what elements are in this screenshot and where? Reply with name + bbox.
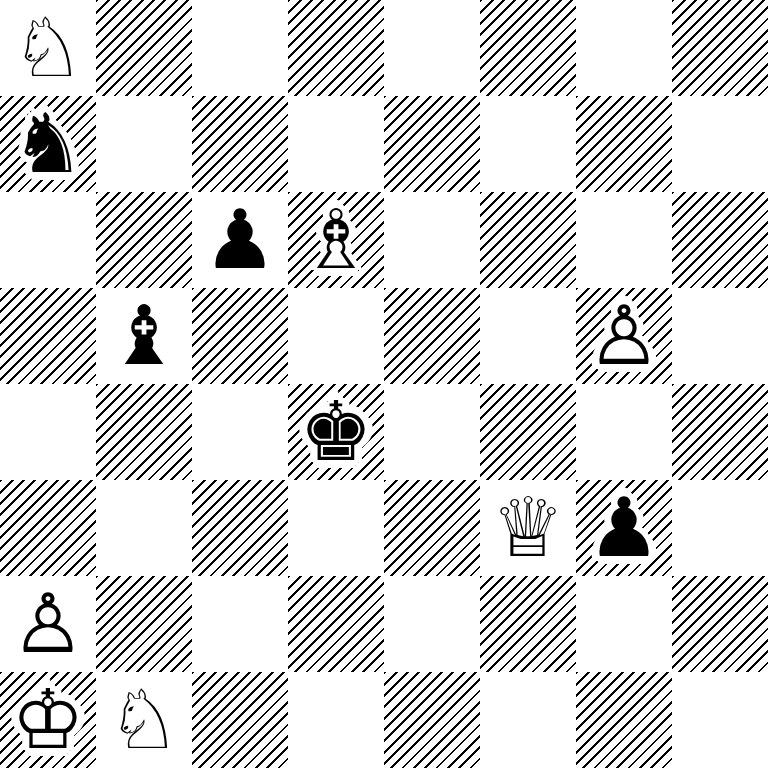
square-f4[interactable] <box>480 384 576 480</box>
square-h6[interactable] <box>672 192 768 288</box>
square-d3[interactable] <box>288 480 384 576</box>
piece-white-pawn: ♙ <box>576 288 672 384</box>
square-c8[interactable] <box>192 0 288 96</box>
square-e1[interactable] <box>384 672 480 768</box>
square-e4[interactable] <box>384 384 480 480</box>
piece-white-pawn: ♙ <box>0 576 96 672</box>
square-a4[interactable] <box>0 384 96 480</box>
square-g8[interactable] <box>576 0 672 96</box>
square-g5[interactable]: ♟♙ <box>576 288 672 384</box>
square-b6[interactable] <box>96 192 192 288</box>
square-b7[interactable] <box>96 96 192 192</box>
square-b1[interactable]: ♞♘ <box>96 672 192 768</box>
square-a1[interactable]: ♚♔ <box>0 672 96 768</box>
square-f3[interactable]: ♛♕ <box>480 480 576 576</box>
piece-white-king: ♔ <box>0 672 96 768</box>
chess-board: ♞♘♞♞♟♟♝♗♝♝♟♙♚♚♛♕♟♟♟♙♚♔♞♘ <box>0 0 768 768</box>
piece-white-bishop: ♗ <box>288 192 384 288</box>
piece-black-king: ♚ <box>288 384 384 480</box>
square-c2[interactable] <box>192 576 288 672</box>
square-f8[interactable] <box>480 0 576 96</box>
square-a2[interactable]: ♟♙ <box>0 576 96 672</box>
piece-black-pawn: ♟ <box>576 480 672 576</box>
square-f5[interactable] <box>480 288 576 384</box>
square-e2[interactable] <box>384 576 480 672</box>
square-a6[interactable] <box>0 192 96 288</box>
square-h1[interactable] <box>672 672 768 768</box>
square-h2[interactable] <box>672 576 768 672</box>
square-c7[interactable] <box>192 96 288 192</box>
square-g7[interactable] <box>576 96 672 192</box>
square-d2[interactable] <box>288 576 384 672</box>
square-e3[interactable] <box>384 480 480 576</box>
square-h4[interactable] <box>672 384 768 480</box>
piece-white-queen: ♕ <box>480 480 576 576</box>
square-d7[interactable] <box>288 96 384 192</box>
square-g3[interactable]: ♟♟ <box>576 480 672 576</box>
square-g2[interactable] <box>576 576 672 672</box>
square-c3[interactable] <box>192 480 288 576</box>
square-h3[interactable] <box>672 480 768 576</box>
square-e8[interactable] <box>384 0 480 96</box>
piece-black-knight: ♞ <box>0 96 96 192</box>
square-d1[interactable] <box>288 672 384 768</box>
square-c1[interactable] <box>192 672 288 768</box>
piece-white-knight: ♘ <box>96 672 192 768</box>
square-a7[interactable]: ♞♞ <box>0 96 96 192</box>
square-d4[interactable]: ♚♚ <box>288 384 384 480</box>
square-a8[interactable]: ♞♘ <box>0 0 96 96</box>
square-c5[interactable] <box>192 288 288 384</box>
square-h8[interactable] <box>672 0 768 96</box>
square-b3[interactable] <box>96 480 192 576</box>
piece-white-knight: ♘ <box>0 0 96 96</box>
square-b4[interactable] <box>96 384 192 480</box>
piece-black-pawn: ♟ <box>192 192 288 288</box>
square-d8[interactable] <box>288 0 384 96</box>
square-g6[interactable] <box>576 192 672 288</box>
square-b2[interactable] <box>96 576 192 672</box>
square-e5[interactable] <box>384 288 480 384</box>
square-c6[interactable]: ♟♟ <box>192 192 288 288</box>
square-f2[interactable] <box>480 576 576 672</box>
square-b5[interactable]: ♝♝ <box>96 288 192 384</box>
square-f1[interactable] <box>480 672 576 768</box>
square-e6[interactable] <box>384 192 480 288</box>
square-e7[interactable] <box>384 96 480 192</box>
square-d5[interactable] <box>288 288 384 384</box>
square-g4[interactable] <box>576 384 672 480</box>
piece-black-bishop: ♝ <box>96 288 192 384</box>
square-f7[interactable] <box>480 96 576 192</box>
square-h7[interactable] <box>672 96 768 192</box>
square-c4[interactable] <box>192 384 288 480</box>
square-h5[interactable] <box>672 288 768 384</box>
square-f6[interactable] <box>480 192 576 288</box>
square-a3[interactable] <box>0 480 96 576</box>
square-g1[interactable] <box>576 672 672 768</box>
square-d6[interactable]: ♝♗ <box>288 192 384 288</box>
square-a5[interactable] <box>0 288 96 384</box>
square-b8[interactable] <box>96 0 192 96</box>
